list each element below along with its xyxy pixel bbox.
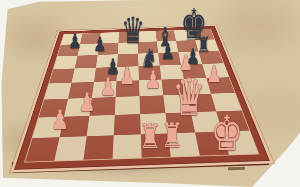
painting-canvas: ♚♛♝♟♟♜♟♟♞♟♟♟♟♟♟♟♛♟♜♜♚ bbox=[0, 0, 300, 187]
chess-piece-black-P-f6[interactable]: ♟ bbox=[161, 41, 175, 63]
chess-piece-black-P-b7[interactable]: ♟ bbox=[93, 35, 106, 55]
chess-piece-white-K-g1[interactable]: ♚ bbox=[211, 109, 243, 158]
chess-piece-white-P-h4[interactable]: ♟ bbox=[206, 63, 221, 86]
chess-piece-white-P-a2[interactable]: ♟ bbox=[51, 106, 69, 133]
chess-piece-white-R-e1[interactable]: ♜ bbox=[161, 118, 183, 152]
chess-piece-white-P-b3[interactable]: ♟ bbox=[78, 89, 95, 115]
chess-piece-black-P-a7[interactable]: ♟ bbox=[68, 32, 81, 52]
pieces-layer: ♚♛♝♟♟♜♟♟♞♟♟♟♟♟♟♟♛♟♜♜♚ bbox=[0, 0, 300, 187]
chess-piece-white-P-d4[interactable]: ♟ bbox=[119, 64, 135, 88]
artist-signature bbox=[228, 167, 245, 171]
chess-piece-white-P-e4[interactable]: ♟ bbox=[145, 68, 161, 92]
chess-piece-white-R-d1[interactable]: ♜ bbox=[139, 119, 161, 153]
chess-piece-white-P-c4[interactable]: ♟ bbox=[100, 75, 116, 99]
